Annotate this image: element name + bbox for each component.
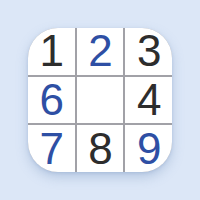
sudoku-cell-r2c3: 4 [125,77,172,124]
sudoku-app-icon[interactable]: 1 2 3 6 4 7 8 9 [28,28,172,172]
sudoku-cell-r3c1: 7 [28,125,75,172]
sudoku-cell-r1c2: 2 [77,28,124,75]
sudoku-cell-r1c3: 3 [125,28,172,75]
sudoku-cell-r3c2: 8 [77,125,124,172]
sudoku-grid: 1 2 3 6 4 7 8 9 [28,28,172,172]
sudoku-cell-r2c1: 6 [28,77,75,124]
sudoku-cell-r1c1: 1 [28,28,75,75]
sudoku-cell-r2c2 [77,77,124,124]
sudoku-cell-r3c3: 9 [125,125,172,172]
app-background: 1 2 3 6 4 7 8 9 [0,0,200,200]
